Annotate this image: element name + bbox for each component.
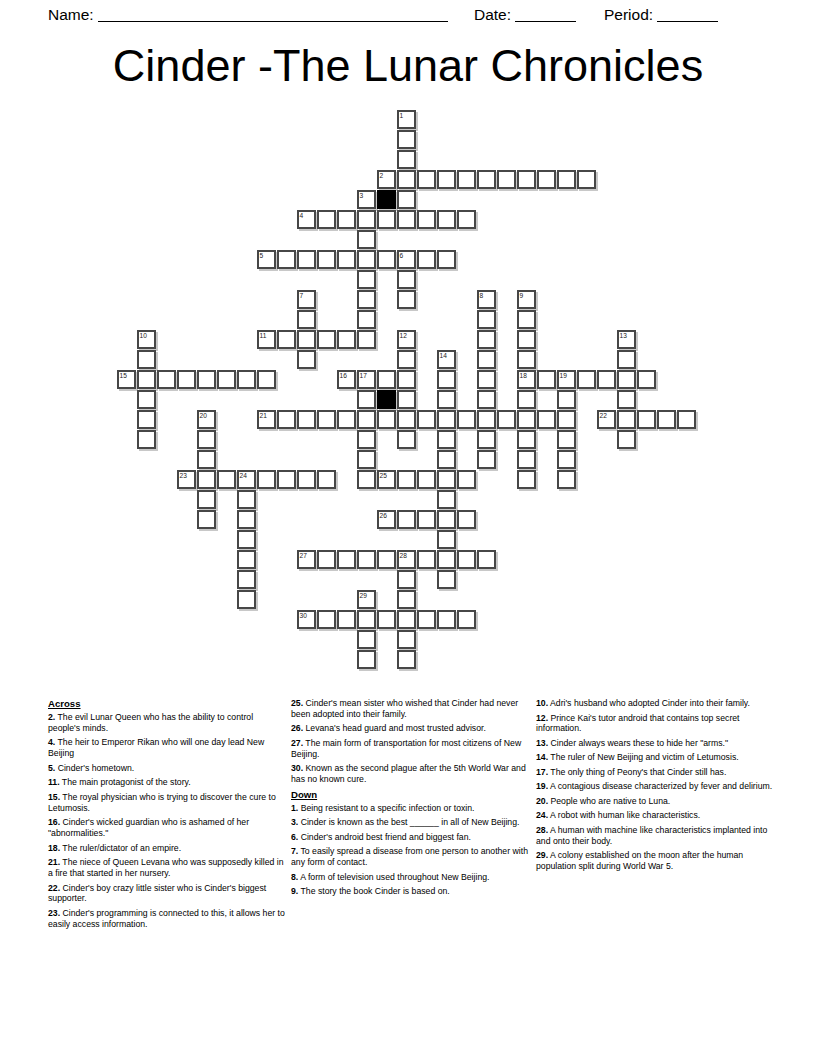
grid-cell[interactable]	[377, 210, 396, 229]
grid-cell[interactable]	[257, 470, 276, 489]
grid-cell[interactable]	[437, 470, 456, 489]
grid-cell[interactable]	[257, 370, 276, 389]
grid-cell[interactable]	[297, 330, 316, 349]
grid-cell[interactable]	[677, 410, 696, 429]
grid-cell[interactable]	[357, 310, 376, 329]
clue-column-3: 10. Adri's husband who adopted Cinder in…	[536, 698, 774, 876]
clue-item: 5. Cinder's hometown.	[48, 763, 286, 774]
grid-cell[interactable]	[417, 170, 436, 189]
date-label: Date:	[474, 6, 511, 23]
grid-cell[interactable]: 1	[397, 110, 416, 129]
grid-cell[interactable]	[277, 470, 296, 489]
grid-cell[interactable]	[397, 610, 416, 629]
clue-item: 20. People who are native to Luna.	[536, 796, 774, 807]
grid-cell[interactable]	[437, 210, 456, 229]
clue-number: 8	[480, 292, 484, 300]
clue-item: 23. Cinder's programming is connected to…	[48, 908, 286, 930]
grid-cell[interactable]	[357, 650, 376, 669]
clue-number: 1	[400, 112, 404, 120]
grid-cell[interactable]	[377, 410, 396, 429]
grid-cell[interactable]	[357, 330, 376, 349]
grid-cell[interactable]	[317, 210, 336, 229]
grid-cell[interactable]	[237, 370, 256, 389]
grid-cell[interactable]	[397, 410, 416, 429]
clue-item: 10. Adri's husband who adopted Cinder in…	[536, 698, 774, 709]
grid-cell[interactable]	[377, 550, 396, 569]
clue-number: 19	[560, 372, 567, 380]
grid-cell[interactable]	[477, 430, 496, 449]
clue-item: 11. The main protagonist of the story.	[48, 777, 286, 788]
grid-cell[interactable]: 7	[297, 290, 316, 309]
clues-section-heading: Down	[291, 789, 529, 800]
date-field: Date:	[474, 6, 576, 24]
grid-cell[interactable]	[337, 210, 356, 229]
clue-number: 7	[300, 292, 304, 300]
grid-cell[interactable]	[197, 510, 216, 529]
grid-cell[interactable]	[437, 530, 456, 549]
grid-cell[interactable]	[357, 210, 376, 229]
clue-item-number: 21.	[48, 857, 60, 867]
clue-number: 23	[180, 472, 187, 480]
grid-cell[interactable]: 30	[297, 610, 316, 629]
grid-cell[interactable]	[357, 270, 376, 289]
clue-item: 28. A human with machine like characteri…	[536, 825, 774, 847]
grid-cell[interactable]	[617, 370, 636, 389]
clue-number: 4	[300, 212, 304, 220]
grid-cell[interactable]	[577, 170, 596, 189]
grid-cell[interactable]	[337, 410, 356, 429]
clue-item-number: 18.	[48, 843, 60, 853]
grid-cell[interactable]	[517, 450, 536, 469]
grid-cell[interactable]	[337, 330, 356, 349]
clue-item: 29. A colony established on the moon aft…	[536, 850, 774, 872]
grid-cell[interactable]: 20	[197, 410, 216, 429]
grid-cell[interactable]	[157, 370, 176, 389]
clue-number: 25	[380, 472, 387, 480]
clue-item: 21. The niece of Queen Levana who was su…	[48, 857, 286, 879]
period-blank-line[interactable]	[657, 7, 718, 22]
date-blank-line[interactable]	[515, 7, 576, 22]
grid-cell[interactable]	[237, 570, 256, 589]
grid-cell[interactable]	[517, 470, 536, 489]
grid-cell[interactable]	[317, 410, 336, 429]
grid-cell[interactable]	[357, 610, 376, 629]
grid-cell[interactable]: 11	[257, 330, 276, 349]
grid-cell[interactable]: 25	[377, 470, 396, 489]
grid-cell[interactable]	[477, 410, 496, 429]
grid-cell[interactable]	[457, 170, 476, 189]
grid-cell[interactable]	[177, 370, 196, 389]
name-field: Name:	[48, 6, 448, 24]
grid-cell[interactable]	[517, 350, 536, 369]
clue-item-number: 3.	[291, 817, 298, 827]
grid-cell[interactable]	[137, 350, 156, 369]
clue-item: 8. A form of television used throughout …	[291, 872, 529, 883]
clue-item: 27. The main form of transportation for …	[291, 738, 529, 760]
grid-cell[interactable]	[537, 170, 556, 189]
grid-cell[interactable]	[357, 630, 376, 649]
grid-cell[interactable]	[397, 630, 416, 649]
clue-item-number: 5.	[48, 763, 55, 773]
grid-cell[interactable]	[357, 450, 376, 469]
grid-cell[interactable]	[357, 410, 376, 429]
grid-cell[interactable]	[437, 370, 456, 389]
clue-number: 27	[300, 552, 307, 560]
grid-cell[interactable]	[477, 350, 496, 369]
clue-number: 21	[260, 412, 267, 420]
grid-cell[interactable]	[397, 590, 416, 609]
clue-item-number: 22.	[48, 883, 60, 893]
page-title: Cinder -The Lunar Chronicles	[0, 40, 816, 92]
clue-item-number: 27.	[291, 738, 303, 748]
clue-item: 25. Cinder's mean sister who wished that…	[291, 698, 529, 720]
grid-cell[interactable]	[197, 490, 216, 509]
grid-cell[interactable]	[337, 550, 356, 569]
clue-item-number: 16.	[48, 817, 60, 827]
grid-cell[interactable]	[637, 370, 656, 389]
grid-cell[interactable]	[557, 430, 576, 449]
grid-cell[interactable]	[457, 470, 476, 489]
grid-cell[interactable]	[437, 170, 456, 189]
grid-cell[interactable]	[497, 170, 516, 189]
grid-cell[interactable]	[537, 410, 556, 429]
clue-item: 24. A robot with human like characterist…	[536, 810, 774, 821]
grid-cell[interactable]: 19	[557, 370, 576, 389]
grid-cell[interactable]	[377, 370, 396, 389]
grid-cell[interactable]	[637, 410, 656, 429]
grid-cell[interactable]	[457, 410, 476, 429]
grid-cell[interactable]	[297, 250, 316, 269]
period-field: Period:	[604, 6, 718, 24]
grid-cell[interactable]	[477, 550, 496, 569]
clue-item-number: 11.	[48, 777, 60, 787]
clue-item: 30. Known as the second plague after the…	[291, 763, 529, 785]
grid-cell[interactable]	[397, 270, 416, 289]
clue-item-number: 28.	[536, 825, 548, 835]
grid-cell[interactable]	[437, 250, 456, 269]
grid-cell[interactable]	[397, 130, 416, 149]
clue-number: 16	[340, 372, 347, 380]
clue-number: 10	[140, 332, 147, 340]
clues-section-heading: Across	[48, 698, 286, 709]
grid-cell[interactable]	[397, 150, 416, 169]
clue-item: 9. The story the book Cinder is based on…	[291, 886, 529, 897]
grid-cell[interactable]	[277, 250, 296, 269]
grid-cell[interactable]	[477, 370, 496, 389]
clue-number: 12	[400, 332, 407, 340]
grid-cell[interactable]	[437, 390, 456, 409]
clue-item: 14. The ruler of New Beijing and victim …	[536, 752, 774, 763]
clue-item: 7. To easily spread a disease from one p…	[291, 846, 529, 868]
grid-cell[interactable]	[197, 430, 216, 449]
grid-cell[interactable]	[397, 210, 416, 229]
grid-cell[interactable]: 2	[377, 170, 396, 189]
grid-cell[interactable]	[517, 410, 536, 429]
grid-cell[interactable]	[337, 610, 356, 629]
grid-cell[interactable]	[437, 550, 456, 569]
grid-cell[interactable]	[397, 290, 416, 309]
clue-column-1: Across2. The evil Lunar Queen who has th…	[48, 698, 286, 933]
grid-cell[interactable]	[197, 450, 216, 469]
grid-cell[interactable]	[457, 610, 476, 629]
grid-cell[interactable]	[617, 390, 636, 409]
grid-cell[interactable]	[397, 650, 416, 669]
clue-number: 14	[440, 352, 447, 360]
grid-cell[interactable]	[357, 470, 376, 489]
clue-number: 5	[260, 252, 264, 260]
grid-cell[interactable]: 12	[397, 330, 416, 349]
grid-cell[interactable]	[357, 230, 376, 249]
grid-cell[interactable]	[137, 370, 156, 389]
clue-number: 13	[620, 332, 627, 340]
grid-cell[interactable]	[397, 350, 416, 369]
grid-cell[interactable]: 28	[397, 550, 416, 569]
clue-item-number: 25.	[291, 698, 303, 708]
clue-item-number: 23.	[48, 908, 60, 918]
grid-cell[interactable]: 22	[597, 410, 616, 429]
clue-item: 22. Cinder's boy crazy little sister who…	[48, 883, 286, 905]
clue-number: 15	[120, 372, 127, 380]
grid-cell[interactable]	[277, 330, 296, 349]
grid-cell[interactable]	[357, 290, 376, 309]
clue-number: 20	[200, 412, 207, 420]
clue-number: 28	[400, 552, 407, 560]
grid-cell[interactable]: 4	[297, 210, 316, 229]
grid-cell[interactable]: 5	[257, 250, 276, 269]
grid-cell[interactable]	[457, 550, 476, 569]
clue-item-number: 20.	[536, 796, 548, 806]
grid-cell[interactable]	[417, 250, 436, 269]
grid-cell[interactable]: 18	[517, 370, 536, 389]
grid-cell[interactable]	[237, 550, 256, 569]
grid-cell[interactable]	[357, 250, 376, 269]
grid-cell[interactable]	[217, 370, 236, 389]
clue-item-number: 4.	[48, 737, 55, 747]
clue-item: 2. The evil Lunar Queen who has the abil…	[48, 712, 286, 734]
clue-number: 26	[380, 512, 387, 520]
grid-cell[interactable]: 17	[357, 370, 376, 389]
clue-number: 29	[360, 592, 367, 600]
clue-item: 1. Being resistant to a specific infecti…	[291, 803, 529, 814]
clue-item: 16. Cinder's wicked guardian who is asha…	[48, 817, 286, 839]
clue-item-number: 26.	[291, 723, 303, 733]
grid-cell[interactable]	[137, 430, 156, 449]
grid-cell[interactable]	[477, 390, 496, 409]
clue-item: 26. Levana's head guard and most trusted…	[291, 723, 529, 734]
clue-item-number: 2.	[48, 712, 55, 722]
grid-cell[interactable]	[557, 410, 576, 429]
grid-cell[interactable]: 21	[257, 410, 276, 429]
clue-item-number: 24.	[536, 810, 548, 820]
clue-item: 19. A contagious disease characterized b…	[536, 781, 774, 792]
clue-item: 15. The royal physician who is trying to…	[48, 792, 286, 814]
grid-cell[interactable]	[437, 570, 456, 589]
grid-cell[interactable]	[457, 210, 476, 229]
grid-cell[interactable]: 16	[337, 370, 356, 389]
clue-item: 12. Prince Kai's tutor android that cont…	[536, 713, 774, 735]
grid-cell[interactable]	[137, 390, 156, 409]
grid-cell[interactable]	[517, 310, 536, 329]
clue-column-2: 25. Cinder's mean sister who wished that…	[291, 698, 529, 901]
grid-cell[interactable]: 13	[617, 330, 636, 349]
grid-cell[interactable]	[537, 370, 556, 389]
grid-cell[interactable]	[617, 350, 636, 369]
grid-cell[interactable]	[317, 470, 336, 489]
grid-cell[interactable]	[377, 250, 396, 269]
grid-cell[interactable]: 8	[477, 290, 496, 309]
grid-cell[interactable]	[197, 470, 216, 489]
grid-cell[interactable]	[397, 510, 416, 529]
grid-cell[interactable]: 27	[297, 550, 316, 569]
grid-cell[interactable]	[317, 550, 336, 569]
clue-item-number: 30.	[291, 763, 303, 773]
grid-cell[interactable]	[437, 450, 456, 469]
period-label: Period:	[604, 6, 653, 23]
grid-cell[interactable]	[577, 370, 596, 389]
name-blank-line[interactable]	[98, 7, 448, 22]
clue-item-number: 15.	[48, 792, 60, 802]
grid-cell[interactable]	[397, 370, 416, 389]
grid-cell[interactable]	[497, 410, 516, 429]
clue-item-number: 14.	[536, 752, 548, 762]
clue-item-number: 7.	[291, 846, 298, 856]
clue-item-number: 17.	[536, 767, 548, 777]
grid-cell[interactable]	[237, 510, 256, 529]
grid-cell[interactable]	[517, 330, 536, 349]
grid-cell[interactable]	[397, 570, 416, 589]
grid-cell[interactable]	[617, 430, 636, 449]
clue-item: 13. Cinder always wears these to hide he…	[536, 738, 774, 749]
clue-item: 4. The heir to Emperor Rikan who will on…	[48, 737, 286, 759]
clue-item-number: 13.	[536, 738, 548, 748]
grid-cell[interactable]	[277, 410, 296, 429]
clue-number: 3	[360, 192, 364, 200]
grid-cell[interactable]	[237, 530, 256, 549]
grid-cell[interactable]	[417, 410, 436, 429]
clue-item-number: 6.	[291, 832, 298, 842]
grid-cell[interactable]: 23	[177, 470, 196, 489]
clue-number: 22	[600, 412, 607, 420]
grid-cell[interactable]	[217, 470, 236, 489]
grid-cell[interactable]	[297, 310, 316, 329]
grid-cell[interactable]	[377, 610, 396, 629]
grid-cell[interactable]	[317, 610, 336, 629]
grid-cell-black	[377, 190, 396, 209]
clue-item: 17. The only thing of Peony's that Cinde…	[536, 767, 774, 778]
grid-cell[interactable]	[437, 610, 456, 629]
grid-cell[interactable]	[417, 470, 436, 489]
grid-cell[interactable]	[557, 390, 576, 409]
grid-cell[interactable]	[557, 170, 576, 189]
clue-item: 3. Cinder is known as the best ______ in…	[291, 817, 529, 828]
grid-cell[interactable]	[237, 590, 256, 609]
clue-number: 6	[400, 252, 404, 260]
grid-cell[interactable]	[397, 470, 416, 489]
grid-cell[interactable]: 9	[517, 290, 536, 309]
grid-cell[interactable]: 26	[377, 510, 396, 529]
grid-cell[interactable]	[597, 370, 616, 389]
grid-cell[interactable]	[617, 410, 636, 429]
name-label: Name:	[48, 6, 94, 23]
clue-item: 18. The ruler/dictator of an empire.	[48, 843, 286, 854]
grid-cell[interactable]: 24	[237, 470, 256, 489]
grid-cell[interactable]	[357, 430, 376, 449]
clue-number: 2	[380, 172, 384, 180]
grid-cell[interactable]: 15	[117, 370, 136, 389]
grid-cell[interactable]	[297, 350, 316, 369]
grid-cell[interactable]: 14	[437, 350, 456, 369]
grid-cell[interactable]	[437, 490, 456, 509]
grid-cell[interactable]	[477, 170, 496, 189]
grid-cell[interactable]	[397, 390, 416, 409]
clue-item-number: 29.	[536, 850, 548, 860]
grid-cell[interactable]	[557, 450, 576, 469]
grid-cell[interactable]	[517, 170, 536, 189]
clue-item-number: 10.	[536, 698, 548, 708]
clue-number: 18	[520, 372, 527, 380]
grid-cell[interactable]	[397, 170, 416, 189]
grid-cell[interactable]	[517, 430, 536, 449]
grid-cell[interactable]	[337, 250, 356, 269]
grid-cell[interactable]	[417, 610, 436, 629]
clue-item-number: 1.	[291, 803, 298, 813]
grid-cell[interactable]	[397, 430, 416, 449]
grid-cell[interactable]	[417, 550, 436, 569]
clue-item-number: 9.	[291, 886, 298, 896]
clue-number: 30	[300, 612, 307, 620]
grid-cell[interactable]	[317, 330, 336, 349]
grid-cell[interactable]	[357, 550, 376, 569]
grid-cell[interactable]: 6	[397, 250, 416, 269]
grid-cell[interactable]	[437, 430, 456, 449]
grid-cell[interactable]	[137, 410, 156, 429]
grid-cell[interactable]	[657, 410, 676, 429]
clue-number: 11	[260, 332, 267, 340]
grid-cell[interactable]: 3	[357, 190, 376, 209]
grid-cell[interactable]	[517, 390, 536, 409]
grid-cell[interactable]	[457, 510, 476, 529]
grid-cell[interactable]	[397, 190, 416, 209]
clue-item: 6. Cinder's android best friend and bigg…	[291, 832, 529, 843]
grid-cell[interactable]	[197, 370, 216, 389]
grid-cell-black	[377, 390, 396, 409]
grid-cell[interactable]: 29	[357, 590, 376, 609]
grid-cell[interactable]	[317, 250, 336, 269]
clue-number: 24	[240, 472, 247, 480]
grid-cell[interactable]	[557, 470, 576, 489]
clue-item-number: 8.	[291, 872, 298, 882]
clue-number: 9	[520, 292, 524, 300]
grid-cell[interactable]	[477, 310, 496, 329]
clue-number: 17	[360, 372, 367, 380]
clue-item-number: 19.	[536, 781, 548, 791]
grid-cell[interactable]	[437, 410, 456, 429]
grid-cell[interactable]	[297, 470, 316, 489]
grid-cell[interactable]	[477, 450, 496, 469]
grid-cell[interactable]	[417, 210, 436, 229]
grid-cell[interactable]	[237, 490, 256, 509]
clue-item-number: 12.	[536, 713, 548, 723]
grid-cell[interactable]	[437, 510, 456, 529]
grid-cell[interactable]	[417, 510, 436, 529]
grid-cell[interactable]	[297, 410, 316, 429]
grid-cell[interactable]	[477, 330, 496, 349]
grid-cell[interactable]	[357, 390, 376, 409]
grid-cell[interactable]: 10	[137, 330, 156, 349]
